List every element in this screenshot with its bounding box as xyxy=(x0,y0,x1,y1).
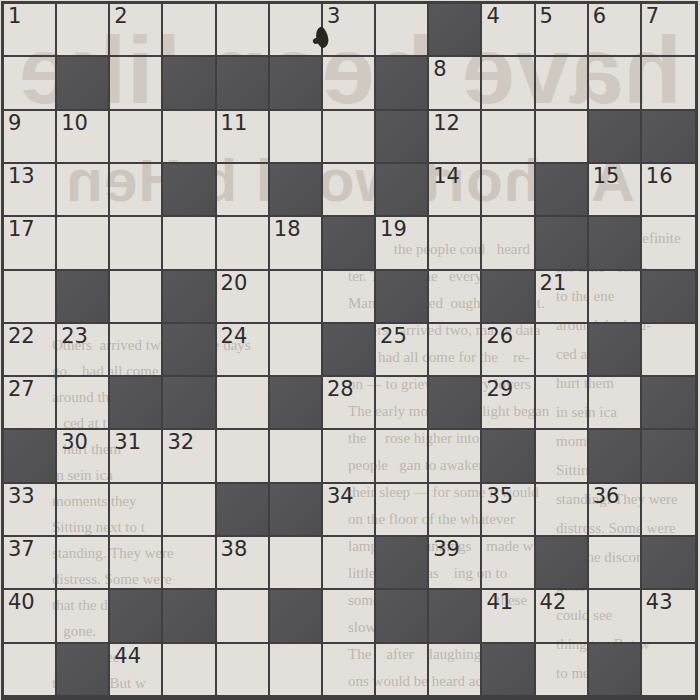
cell-r12c10[interactable]: 41 xyxy=(482,590,535,643)
clue-number-20: 20 xyxy=(221,271,248,295)
black-cell-r5c11 xyxy=(536,217,589,270)
cell-r5c10[interactable] xyxy=(482,217,535,270)
cell-r1c12[interactable]: 6 xyxy=(589,4,642,57)
cell-r7c10[interactable]: 26 xyxy=(482,324,535,377)
black-cell-r4c6 xyxy=(270,164,323,217)
black-cell-r4c11 xyxy=(536,164,589,217)
clue-number-28: 28 xyxy=(327,377,354,401)
cell-r4c9[interactable]: 14 xyxy=(429,164,482,217)
black-cell-r7c7 xyxy=(323,324,376,377)
black-cell-r5c7 xyxy=(323,217,376,270)
cell-r9c8[interactable] xyxy=(376,430,429,483)
cell-r9c6[interactable] xyxy=(270,430,323,483)
cell-r10c10[interactable]: 35 xyxy=(482,484,535,537)
cell-r3c2[interactable]: 10 xyxy=(57,111,110,164)
cell-r7c9[interactable] xyxy=(429,324,482,377)
clue-number-39: 39 xyxy=(433,537,460,561)
cell-r8c1[interactable]: 27 xyxy=(4,377,57,430)
cell-r10c13[interactable] xyxy=(642,484,695,537)
clue-number-40: 40 xyxy=(8,590,35,614)
clue-number-25: 25 xyxy=(380,324,407,348)
cell-r10c2[interactable] xyxy=(57,484,110,537)
clue-number-5: 5 xyxy=(540,4,553,28)
cell-r12c13[interactable]: 43 xyxy=(642,590,695,643)
cell-r7c2[interactable]: 23 xyxy=(57,324,110,377)
black-cell-r13c10 xyxy=(482,644,535,697)
cell-r3c3[interactable] xyxy=(110,111,163,164)
cell-r12c2[interactable] xyxy=(57,590,110,643)
cell-r5c4[interactable] xyxy=(163,217,216,270)
cell-r6c1[interactable] xyxy=(4,271,57,324)
clue-number-3: 3 xyxy=(327,4,340,28)
clue-number-38: 38 xyxy=(221,537,248,561)
cell-r7c13[interactable] xyxy=(642,324,695,377)
cell-r2c12[interactable] xyxy=(589,57,642,110)
cell-r5c3[interactable] xyxy=(110,217,163,270)
black-cell-r7c4 xyxy=(163,324,216,377)
clue-number-14: 14 xyxy=(433,164,460,188)
cell-r1c1[interactable]: 1 xyxy=(4,4,57,57)
cell-r6c11[interactable]: 21 xyxy=(536,271,589,324)
cell-r9c4[interactable]: 32 xyxy=(163,430,216,483)
black-cell-r8c3 xyxy=(110,377,163,430)
cell-r1c4[interactable] xyxy=(163,4,216,57)
cell-r1c2[interactable] xyxy=(57,4,110,57)
black-cell-r2c4 xyxy=(163,57,216,110)
cell-r2c3[interactable] xyxy=(110,57,163,110)
clue-number-42: 42 xyxy=(540,590,567,614)
cell-r4c12[interactable]: 15 xyxy=(589,164,642,217)
cell-r3c10[interactable] xyxy=(482,111,535,164)
clue-number-36: 36 xyxy=(593,484,620,508)
cell-r4c1[interactable]: 13 xyxy=(4,164,57,217)
cell-r9c7[interactable] xyxy=(323,430,376,483)
cell-r10c3[interactable] xyxy=(110,484,163,537)
cell-r3c9[interactable]: 12 xyxy=(429,111,482,164)
cell-r9c9[interactable] xyxy=(429,430,482,483)
clue-number-35: 35 xyxy=(486,484,513,508)
clue-number-22: 22 xyxy=(8,324,35,348)
cell-r6c6[interactable] xyxy=(270,271,323,324)
cell-r10c12[interactable]: 36 xyxy=(589,484,642,537)
cell-r10c7[interactable]: 34 xyxy=(323,484,376,537)
cell-r7c6[interactable] xyxy=(270,324,323,377)
black-cell-r3c13 xyxy=(642,111,695,164)
cell-r10c9[interactable] xyxy=(429,484,482,537)
cell-r11c7[interactable] xyxy=(323,537,376,590)
clue-number-21: 21 xyxy=(540,271,567,295)
black-cell-r6c10 xyxy=(482,271,535,324)
cell-r13c6[interactable] xyxy=(270,644,323,697)
black-cell-r6c8 xyxy=(376,271,429,324)
cell-r12c7[interactable] xyxy=(323,590,376,643)
black-cell-r12c8 xyxy=(376,590,429,643)
cell-r9c11[interactable] xyxy=(536,430,589,483)
cell-r5c1[interactable]: 17 xyxy=(4,217,57,270)
black-cell-r5c12 xyxy=(589,217,642,270)
cell-r1c13[interactable]: 7 xyxy=(642,4,695,57)
black-cell-r2c6 xyxy=(270,57,323,110)
cell-r8c11[interactable] xyxy=(536,377,589,430)
cell-r2c10[interactable] xyxy=(482,57,535,110)
clue-number-30: 30 xyxy=(61,430,88,454)
clue-number-6: 6 xyxy=(593,4,606,28)
black-cell-r9c1 xyxy=(4,430,57,483)
black-cell-r10c5 xyxy=(217,484,270,537)
cell-r8c12[interactable] xyxy=(589,377,642,430)
cell-r13c9[interactable] xyxy=(429,644,482,697)
black-cell-r6c2 xyxy=(57,271,110,324)
clue-number-33: 33 xyxy=(8,484,35,508)
cell-r6c9[interactable] xyxy=(429,271,482,324)
cell-r1c11[interactable]: 5 xyxy=(536,4,589,57)
clue-number-9: 9 xyxy=(8,111,21,135)
cell-r13c8[interactable] xyxy=(376,644,429,697)
clue-number-11: 11 xyxy=(221,111,248,135)
cell-r6c3[interactable] xyxy=(110,271,163,324)
cell-r10c11[interactable] xyxy=(536,484,589,537)
cell-r10c1[interactable]: 33 xyxy=(4,484,57,537)
clue-number-10: 10 xyxy=(61,111,88,135)
clue-number-4: 4 xyxy=(486,4,499,28)
black-cell-r11c8 xyxy=(376,537,429,590)
cell-r11c9[interactable]: 39 xyxy=(429,537,482,590)
clue-number-31: 31 xyxy=(114,430,141,454)
clue-number-16: 16 xyxy=(646,164,673,188)
cell-r3c1[interactable]: 9 xyxy=(4,111,57,164)
clue-number-29: 29 xyxy=(486,377,513,401)
cell-r5c6[interactable]: 18 xyxy=(270,217,323,270)
clue-number-44: 44 xyxy=(114,644,141,668)
clue-number-7: 7 xyxy=(646,4,659,28)
clue-number-37: 37 xyxy=(8,537,35,561)
cell-r12c5[interactable] xyxy=(217,590,270,643)
cell-r13c7[interactable] xyxy=(323,644,376,697)
cell-r6c7[interactable] xyxy=(323,271,376,324)
cell-r11c3[interactable] xyxy=(110,537,163,590)
cell-r13c1[interactable] xyxy=(4,644,57,697)
cell-r2c13[interactable] xyxy=(642,57,695,110)
clue-number-15: 15 xyxy=(593,164,620,188)
cell-r2c7[interactable] xyxy=(323,57,376,110)
cell-r11c1[interactable]: 37 xyxy=(4,537,57,590)
cell-r7c1[interactable]: 22 xyxy=(4,324,57,377)
cell-r11c2[interactable] xyxy=(57,537,110,590)
clue-number-43: 43 xyxy=(646,590,673,614)
cell-r12c11[interactable]: 42 xyxy=(536,590,589,643)
clue-number-8: 8 xyxy=(433,57,446,81)
cell-r6c5[interactable]: 20 xyxy=(217,271,270,324)
cell-r1c5[interactable] xyxy=(217,4,270,57)
cell-r9c3[interactable]: 31 xyxy=(110,430,163,483)
cell-r4c5[interactable] xyxy=(217,164,270,217)
black-cell-r12c9 xyxy=(429,590,482,643)
black-cell-r3c8 xyxy=(376,111,429,164)
black-cell-r12c4 xyxy=(163,590,216,643)
cell-r8c8[interactable] xyxy=(376,377,429,430)
cell-r3c11[interactable] xyxy=(536,111,589,164)
clue-number-24: 24 xyxy=(221,324,248,348)
black-cell-r12c3 xyxy=(110,590,163,643)
cell-r7c11[interactable] xyxy=(536,324,589,377)
cell-r11c10[interactable] xyxy=(482,537,535,590)
clue-number-19: 19 xyxy=(380,217,407,241)
cell-r12c12[interactable] xyxy=(589,590,642,643)
cell-r7c3[interactable] xyxy=(110,324,163,377)
black-cell-r4c8 xyxy=(376,164,429,217)
cell-r4c7[interactable] xyxy=(323,164,376,217)
cell-r8c7[interactable]: 28 xyxy=(323,377,376,430)
cell-r1c7[interactable]: 3 xyxy=(323,4,376,57)
clue-number-18: 18 xyxy=(274,217,301,241)
black-cell-r6c13 xyxy=(642,271,695,324)
black-cell-r2c2 xyxy=(57,57,110,110)
cell-r9c2[interactable]: 30 xyxy=(57,430,110,483)
cell-r5c2[interactable] xyxy=(57,217,110,270)
cell-r11c4[interactable] xyxy=(163,537,216,590)
clue-number-27: 27 xyxy=(8,377,35,401)
cell-r2c11[interactable] xyxy=(536,57,589,110)
black-cell-r6c4 xyxy=(163,271,216,324)
black-cell-r13c2 xyxy=(57,644,110,697)
cell-r11c5[interactable]: 38 xyxy=(217,537,270,590)
cell-r13c11[interactable] xyxy=(536,644,589,697)
cell-r13c5[interactable] xyxy=(217,644,270,697)
cell-r4c10[interactable] xyxy=(482,164,535,217)
cell-r5c5[interactable] xyxy=(217,217,270,270)
cell-r5c9[interactable] xyxy=(429,217,482,270)
clue-number-26: 26 xyxy=(486,324,513,348)
black-cell-r4c4 xyxy=(163,164,216,217)
cell-r3c7[interactable] xyxy=(323,111,376,164)
black-cell-r8c6 xyxy=(270,377,323,430)
black-cell-r3c12 xyxy=(589,111,642,164)
clue-number-2: 2 xyxy=(114,4,127,28)
black-cell-r8c9 xyxy=(429,377,482,430)
cell-r13c3[interactable]: 44 xyxy=(110,644,163,697)
black-cell-r11c11 xyxy=(536,537,589,590)
clue-number-23: 23 xyxy=(61,324,88,348)
black-cell-r2c8 xyxy=(376,57,429,110)
clue-number-32: 32 xyxy=(167,430,194,454)
cell-r5c8[interactable]: 19 xyxy=(376,217,429,270)
clue-number-1: 1 xyxy=(8,4,21,28)
cell-r13c13[interactable] xyxy=(642,644,695,697)
clue-number-17: 17 xyxy=(8,217,35,241)
black-cell-r11c13 xyxy=(642,537,695,590)
clue-number-13: 13 xyxy=(8,164,35,188)
cell-r8c2[interactable] xyxy=(57,377,110,430)
crossword-grid: 1234567891011121314151617181920212223242… xyxy=(1,1,698,700)
cell-r7c8[interactable]: 25 xyxy=(376,324,429,377)
cell-r13c4[interactable] xyxy=(163,644,216,697)
cell-r5c13[interactable] xyxy=(642,217,695,270)
cell-r1c3[interactable]: 2 xyxy=(110,4,163,57)
cell-r10c4[interactable] xyxy=(163,484,216,537)
cell-r3c5[interactable]: 11 xyxy=(217,111,270,164)
cell-r1c10[interactable]: 4 xyxy=(482,4,535,57)
cell-r9c5[interactable] xyxy=(217,430,270,483)
black-cell-r9c12 xyxy=(589,430,642,483)
cell-r1c8[interactable] xyxy=(376,4,429,57)
black-cell-r8c4 xyxy=(163,377,216,430)
clue-number-12: 12 xyxy=(433,111,460,135)
cell-r1c6[interactable] xyxy=(270,4,323,57)
cell-r8c10[interactable]: 29 xyxy=(482,377,535,430)
cell-r4c3[interactable] xyxy=(110,164,163,217)
cell-r4c2[interactable] xyxy=(57,164,110,217)
cell-r4c13[interactable]: 16 xyxy=(642,164,695,217)
black-cell-r13c12 xyxy=(589,644,642,697)
cell-r3c4[interactable] xyxy=(163,111,216,164)
black-cell-r9c13 xyxy=(642,430,695,483)
cell-r10c8[interactable] xyxy=(376,484,429,537)
clue-number-41: 41 xyxy=(486,590,513,614)
black-cell-r10c6 xyxy=(270,484,323,537)
cell-r11c12[interactable] xyxy=(589,537,642,590)
black-cell-r9c10 xyxy=(482,430,535,483)
cell-r3c6[interactable] xyxy=(270,111,323,164)
cell-r2c9[interactable]: 8 xyxy=(429,57,482,110)
cell-r8c5[interactable] xyxy=(217,377,270,430)
cell-r6c12[interactable] xyxy=(589,271,642,324)
cell-r2c1[interactable] xyxy=(4,57,57,110)
black-cell-r2c5 xyxy=(217,57,270,110)
black-cell-r12c6 xyxy=(270,590,323,643)
crossword-board: have been like A short word b Hen Others… xyxy=(0,0,700,700)
cell-r11c6[interactable] xyxy=(270,537,323,590)
cell-r7c5[interactable]: 24 xyxy=(217,324,270,377)
cell-r12c1[interactable]: 40 xyxy=(4,590,57,643)
black-cell-r7c12 xyxy=(589,324,642,377)
clue-number-34: 34 xyxy=(327,484,354,508)
black-cell-r1c9 xyxy=(429,4,482,57)
black-cell-r8c13 xyxy=(642,377,695,430)
